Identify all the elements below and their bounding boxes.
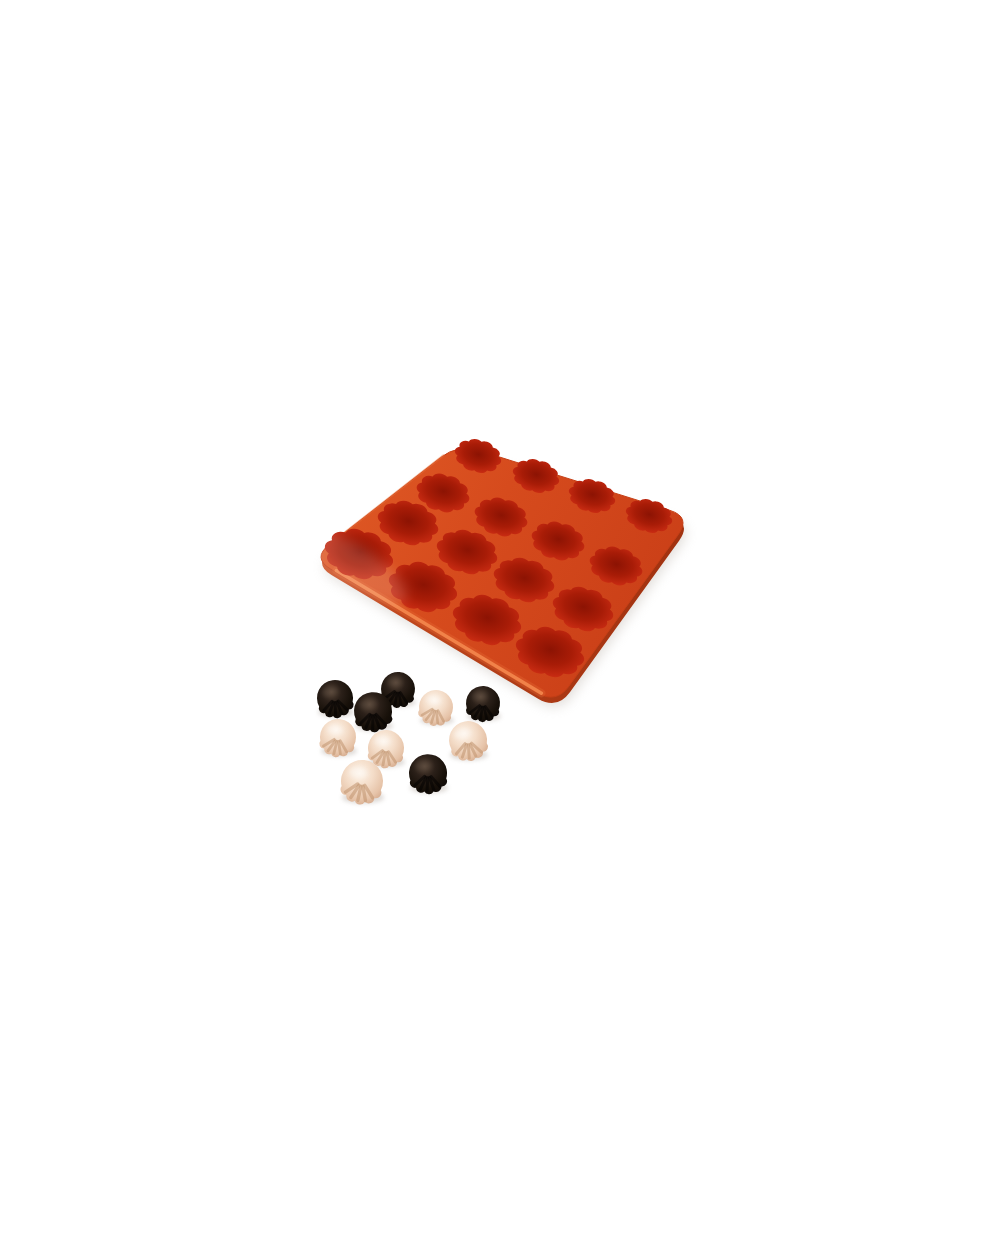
product-photo [0, 0, 1000, 1250]
photo-canvas [0, 0, 1000, 1250]
